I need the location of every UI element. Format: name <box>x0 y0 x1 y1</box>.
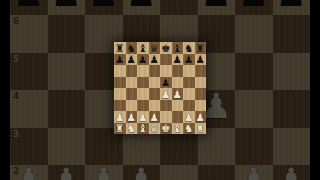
square-b6[interactable] <box>126 65 138 77</box>
white-pawn: ♟ <box>127 111 136 122</box>
square-c4[interactable] <box>137 88 149 100</box>
square-h4 <box>273 90 311 128</box>
black-rook: ♜ <box>115 42 124 53</box>
square-e8[interactable]: ♚ <box>160 42 172 54</box>
square-a2: 2♟ <box>10 165 48 180</box>
square-f2 <box>198 165 236 180</box>
white-bishop: ♝ <box>173 123 182 134</box>
square-c1[interactable]: ♝ <box>137 123 149 135</box>
black-king: ♚ <box>161 42 170 53</box>
white-pawn: ♟ <box>238 165 269 180</box>
square-f6[interactable] <box>172 65 184 77</box>
black-pawn: ♟ <box>126 0 157 12</box>
square-h2[interactable]: ♟ <box>195 111 207 123</box>
square-g7[interactable]: ♟ <box>183 54 195 66</box>
square-h7[interactable]: ♟ <box>195 54 207 66</box>
square-h7: ♟ <box>273 0 311 15</box>
black-rook: ♜ <box>196 42 205 53</box>
square-f2[interactable] <box>172 111 184 123</box>
black-pawn: ♟ <box>161 77 170 88</box>
white-queen: ♛ <box>150 123 159 134</box>
square-e7[interactable] <box>160 54 172 66</box>
rank-coordinate-6: 6 <box>13 17 19 26</box>
square-b8[interactable]: ♞ <box>126 42 138 54</box>
square-d2[interactable]: ♟ <box>149 111 161 123</box>
square-b3[interactable] <box>126 100 138 112</box>
square-h6 <box>273 15 311 53</box>
black-pawn: ♟ <box>127 54 136 65</box>
square-f5[interactable] <box>172 77 184 89</box>
square-e1[interactable]: ♚ <box>160 123 172 135</box>
black-pawn: ♟ <box>184 54 193 65</box>
square-a6[interactable] <box>114 65 126 77</box>
square-c5[interactable] <box>137 77 149 89</box>
square-g1[interactable]: ♞ <box>183 123 195 135</box>
white-bishop: ♝ <box>138 123 147 134</box>
square-g6[interactable] <box>183 65 195 77</box>
black-pawn: ♟ <box>13 0 44 12</box>
square-d4[interactable] <box>149 88 161 100</box>
black-pawn: ♟ <box>173 54 182 65</box>
white-pawn: ♟ <box>161 88 170 99</box>
white-pawn: ♟ <box>276 165 307 180</box>
square-h5 <box>273 53 311 91</box>
white-rook: ♜ <box>115 123 124 134</box>
square-g4 <box>235 90 273 128</box>
rank-coordinate-5: 5 <box>13 55 19 64</box>
square-b2[interactable]: ♟ <box>126 111 138 123</box>
square-a1[interactable]: ♜ <box>114 123 126 135</box>
square-f7: ♟ <box>198 0 236 15</box>
square-h6[interactable] <box>195 65 207 77</box>
black-pawn: ♟ <box>201 0 232 12</box>
square-c3[interactable] <box>137 100 149 112</box>
black-pawn: ♟ <box>88 0 119 12</box>
white-pawn: ♟ <box>196 111 205 122</box>
square-a7[interactable]: ♟ <box>114 54 126 66</box>
video-frame: 8♜♞♝♛♚♝♞♜7♟♟♟♟♟♟♟65♟4♟♟32♟♟♟♟♟♟1♜♞♝♛♚♝♞♜… <box>0 0 320 180</box>
white-rook: ♜ <box>196 123 205 134</box>
square-a6: 6 <box>10 15 48 53</box>
square-e3[interactable] <box>160 100 172 112</box>
square-b5 <box>48 53 86 91</box>
square-d2: ♟ <box>123 165 161 180</box>
square-b4[interactable] <box>126 88 138 100</box>
white-pawn: ♟ <box>13 165 44 180</box>
square-f1[interactable]: ♝ <box>172 123 184 135</box>
black-pawn: ♟ <box>196 54 205 65</box>
square-e7 <box>160 0 198 15</box>
square-g3[interactable] <box>183 100 195 112</box>
rank-coordinate-3: 3 <box>13 130 19 139</box>
black-queen: ♛ <box>150 42 159 53</box>
rank-coordinate-4: 4 <box>13 92 19 101</box>
square-b3 <box>48 128 86 166</box>
black-pawn: ♟ <box>150 54 159 65</box>
white-pawn: ♟ <box>150 111 159 122</box>
square-c8[interactable]: ♝ <box>137 42 149 54</box>
square-b1[interactable]: ♞ <box>126 123 138 135</box>
square-e4[interactable]: ♟ <box>160 88 172 100</box>
square-b5[interactable] <box>126 77 138 89</box>
square-g8[interactable]: ♞ <box>183 42 195 54</box>
square-c6[interactable] <box>137 65 149 77</box>
white-pawn: ♟ <box>126 165 157 180</box>
square-h8[interactable]: ♜ <box>195 42 207 54</box>
square-a5[interactable] <box>114 77 126 89</box>
square-a5: 5 <box>10 53 48 91</box>
square-h3[interactable] <box>195 100 207 112</box>
square-g2: ♟ <box>235 165 273 180</box>
black-knight: ♞ <box>184 42 193 53</box>
square-d3[interactable] <box>149 100 161 112</box>
square-f4[interactable]: ♟ <box>172 88 184 100</box>
black-pawn: ♟ <box>51 0 82 12</box>
white-pawn: ♟ <box>138 111 147 122</box>
white-knight: ♞ <box>127 123 136 134</box>
square-g4[interactable] <box>183 88 195 100</box>
black-pawn: ♟ <box>276 0 307 12</box>
square-d7: ♟ <box>123 0 161 15</box>
square-e2[interactable] <box>160 111 172 123</box>
square-h4[interactable] <box>195 88 207 100</box>
square-h1[interactable]: ♜ <box>195 123 207 135</box>
square-g2[interactable]: ♟ <box>183 111 195 123</box>
square-g5[interactable] <box>183 77 195 89</box>
square-a4[interactable] <box>114 88 126 100</box>
square-b2: ♟ <box>48 165 86 180</box>
square-c7: ♟ <box>85 0 123 15</box>
white-knight: ♞ <box>184 123 193 134</box>
square-a8[interactable]: ♜ <box>114 42 126 54</box>
square-f7[interactable]: ♟ <box>172 54 184 66</box>
chess-board[interactable]: ♜♞♝♛♚♝♞♜♟♟♟♟♟♟♟♟♟♟♟♟♟♟♟♟♜♞♝♛♚♝♞♜ <box>114 42 206 134</box>
square-a2[interactable]: ♟ <box>114 111 126 123</box>
square-g6 <box>235 15 273 53</box>
square-b7: ♟ <box>48 0 86 15</box>
black-bishop: ♝ <box>138 42 147 53</box>
white-pawn: ♟ <box>173 88 182 99</box>
square-g5 <box>235 53 273 91</box>
square-g7: ♟ <box>235 0 273 15</box>
square-d7[interactable]: ♟ <box>149 54 161 66</box>
square-d6[interactable] <box>149 65 161 77</box>
square-a3: 3 <box>10 128 48 166</box>
black-pawn: ♟ <box>138 54 147 65</box>
square-f3[interactable] <box>172 100 184 112</box>
square-b4 <box>48 90 86 128</box>
square-h5[interactable] <box>195 77 207 89</box>
square-d8[interactable]: ♛ <box>149 42 161 54</box>
square-f8[interactable]: ♝ <box>172 42 184 54</box>
square-d1[interactable]: ♛ <box>149 123 161 135</box>
square-a3[interactable] <box>114 100 126 112</box>
square-c7[interactable]: ♟ <box>137 54 149 66</box>
white-pawn: ♟ <box>51 165 82 180</box>
square-d5[interactable] <box>149 77 161 89</box>
white-pawn: ♟ <box>115 111 124 122</box>
square-c2: ♟ <box>85 165 123 180</box>
square-e5[interactable]: ♟ <box>160 77 172 89</box>
square-h3 <box>273 128 311 166</box>
square-g3 <box>235 128 273 166</box>
white-pawn: ♟ <box>88 165 119 180</box>
square-a4: 4 <box>10 90 48 128</box>
black-bishop: ♝ <box>173 42 182 53</box>
square-c2[interactable]: ♟ <box>137 111 149 123</box>
square-b6 <box>48 15 86 53</box>
square-b7[interactable]: ♟ <box>126 54 138 66</box>
square-e6[interactable] <box>160 65 172 77</box>
black-pawn: ♟ <box>115 54 124 65</box>
square-a7: 7♟ <box>10 0 48 15</box>
square-h2: ♟ <box>273 165 311 180</box>
white-pawn: ♟ <box>184 111 193 122</box>
black-pawn: ♟ <box>238 0 269 12</box>
square-e2 <box>160 165 198 180</box>
black-knight: ♞ <box>127 42 136 53</box>
white-king: ♚ <box>161 123 170 134</box>
